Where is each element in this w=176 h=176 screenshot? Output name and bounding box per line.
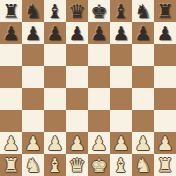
piece-black-rook[interactable]: ♜ [156,0,173,22]
square-g7[interactable]: ♟ [132,22,154,44]
piece-white-pawn[interactable]: ♟ [24,132,41,154]
piece-white-bishop[interactable]: ♝ [46,154,63,176]
square-h6[interactable] [154,44,176,66]
square-f7[interactable]: ♟ [110,22,132,44]
square-b8[interactable]: ♞ [22,0,44,22]
piece-black-pawn[interactable]: ♟ [156,22,173,44]
square-b5[interactable] [22,66,44,88]
piece-white-pawn[interactable]: ♟ [90,132,107,154]
piece-black-pawn[interactable]: ♟ [2,22,19,44]
square-a3[interactable] [0,110,22,132]
square-c7[interactable]: ♟ [44,22,66,44]
square-d1[interactable]: ♛ [66,154,88,176]
piece-black-pawn[interactable]: ♟ [46,22,63,44]
square-c2[interactable]: ♟ [44,132,66,154]
piece-white-pawn[interactable]: ♟ [2,132,19,154]
piece-white-pawn[interactable]: ♟ [46,132,63,154]
square-h2[interactable]: ♟ [154,132,176,154]
piece-black-knight[interactable]: ♞ [24,0,41,22]
square-a6[interactable] [0,44,22,66]
piece-black-pawn[interactable]: ♟ [68,22,85,44]
piece-white-rook[interactable]: ♜ [156,154,173,176]
square-d8[interactable]: ♛ [66,0,88,22]
square-h1[interactable]: ♜ [154,154,176,176]
square-d4[interactable] [66,88,88,110]
piece-white-bishop[interactable]: ♝ [112,154,129,176]
square-h5[interactable] [154,66,176,88]
square-e8[interactable]: ♚ [88,0,110,22]
square-a5[interactable] [0,66,22,88]
square-f5[interactable] [110,66,132,88]
piece-white-knight[interactable]: ♞ [24,154,41,176]
square-a8[interactable]: ♜ [0,0,22,22]
square-d5[interactable] [66,66,88,88]
piece-white-pawn[interactable]: ♟ [68,132,85,154]
square-c6[interactable] [44,44,66,66]
square-g1[interactable]: ♞ [132,154,154,176]
square-b7[interactable]: ♟ [22,22,44,44]
square-h7[interactable]: ♟ [154,22,176,44]
square-b3[interactable] [22,110,44,132]
square-h8[interactable]: ♜ [154,0,176,22]
piece-white-pawn[interactable]: ♟ [134,132,151,154]
square-d2[interactable]: ♟ [66,132,88,154]
square-c1[interactable]: ♝ [44,154,66,176]
square-c3[interactable] [44,110,66,132]
piece-black-knight[interactable]: ♞ [134,0,151,22]
square-c4[interactable] [44,88,66,110]
piece-black-pawn[interactable]: ♟ [134,22,151,44]
square-a4[interactable] [0,88,22,110]
chess-board: ♜♞♝♛♚♝♞♜♟♟♟♟♟♟♟♟♟♟♟♟♟♟♟♟♜♞♝♛♚♝♞♜ [0,0,176,176]
square-e1[interactable]: ♚ [88,154,110,176]
piece-white-knight[interactable]: ♞ [134,154,151,176]
piece-white-queen[interactable]: ♛ [68,154,85,176]
square-g6[interactable] [132,44,154,66]
square-h3[interactable] [154,110,176,132]
square-g4[interactable] [132,88,154,110]
square-b1[interactable]: ♞ [22,154,44,176]
square-b6[interactable] [22,44,44,66]
square-d6[interactable] [66,44,88,66]
square-e5[interactable] [88,66,110,88]
piece-black-bishop[interactable]: ♝ [112,0,129,22]
square-b4[interactable] [22,88,44,110]
piece-black-pawn[interactable]: ♟ [90,22,107,44]
square-e6[interactable] [88,44,110,66]
square-a1[interactable]: ♜ [0,154,22,176]
square-f3[interactable] [110,110,132,132]
piece-white-pawn[interactable]: ♟ [156,132,173,154]
square-a7[interactable]: ♟ [0,22,22,44]
piece-white-rook[interactable]: ♜ [2,154,19,176]
square-f2[interactable]: ♟ [110,132,132,154]
square-e4[interactable] [88,88,110,110]
square-e2[interactable]: ♟ [88,132,110,154]
square-e7[interactable]: ♟ [88,22,110,44]
square-c8[interactable]: ♝ [44,0,66,22]
square-g8[interactable]: ♞ [132,0,154,22]
square-f1[interactable]: ♝ [110,154,132,176]
piece-white-pawn[interactable]: ♟ [112,132,129,154]
square-g2[interactable]: ♟ [132,132,154,154]
piece-black-queen[interactable]: ♛ [68,0,85,22]
square-d3[interactable] [66,110,88,132]
square-a2[interactable]: ♟ [0,132,22,154]
square-f8[interactable]: ♝ [110,0,132,22]
square-h4[interactable] [154,88,176,110]
piece-black-pawn[interactable]: ♟ [24,22,41,44]
piece-black-pawn[interactable]: ♟ [112,22,129,44]
piece-black-rook[interactable]: ♜ [2,0,19,22]
square-g3[interactable] [132,110,154,132]
square-e3[interactable] [88,110,110,132]
square-c5[interactable] [44,66,66,88]
square-f6[interactable] [110,44,132,66]
square-f4[interactable] [110,88,132,110]
square-b2[interactable]: ♟ [22,132,44,154]
square-d7[interactable]: ♟ [66,22,88,44]
piece-black-king[interactable]: ♚ [90,0,107,22]
piece-white-king[interactable]: ♚ [90,154,107,176]
piece-black-bishop[interactable]: ♝ [46,0,63,22]
square-g5[interactable] [132,66,154,88]
